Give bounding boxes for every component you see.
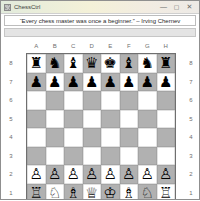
maximize-button[interactable]: ▢ (170, 1, 183, 13)
black-queen-d8[interactable]: ♛ (85, 54, 98, 73)
square-a2[interactable]: ♙ (27, 165, 46, 184)
square-g4[interactable] (138, 128, 157, 147)
black-pawn-h7[interactable]: ♟ (159, 73, 172, 92)
square-c6[interactable] (64, 91, 83, 110)
rank-label-right-3: 3 (185, 147, 197, 166)
square-d6[interactable] (83, 91, 102, 110)
status-strip (4, 28, 196, 37)
rank-label-right-6: 6 (185, 91, 197, 110)
rank-label-right-7: 7 (185, 73, 197, 92)
quote-bar: “Every chess master was once a beginner.… (4, 15, 196, 26)
square-h8[interactable]: ♜ (157, 54, 176, 73)
white-pawn-h2[interactable]: ♙ (159, 165, 172, 184)
square-g8[interactable]: ♞ (138, 54, 157, 73)
square-f6[interactable] (120, 91, 139, 110)
square-f1[interactable]: ♗ (120, 184, 139, 201)
black-pawn-b7[interactable]: ♟ (48, 73, 61, 92)
white-bishop-c1[interactable]: ♗ (67, 184, 80, 201)
app-icon (4, 4, 11, 11)
file-label-f: F (120, 41, 139, 51)
square-h4[interactable] (157, 128, 176, 147)
square-b2[interactable]: ♙ (46, 165, 65, 184)
square-h5[interactable] (157, 110, 176, 129)
square-a5[interactable] (27, 110, 46, 129)
square-b5[interactable] (46, 110, 65, 129)
square-c1[interactable]: ♗ (64, 184, 83, 201)
square-a1[interactable]: ♖ (27, 184, 46, 201)
square-e4[interactable] (101, 128, 120, 147)
square-h6[interactable] (157, 91, 176, 110)
square-h3[interactable] (157, 147, 176, 166)
white-pawn-g2[interactable]: ♙ (141, 165, 154, 184)
file-label-d: D (83, 41, 102, 51)
white-pawn-b2[interactable]: ♙ (48, 165, 61, 184)
square-b1[interactable]: ♘ (46, 184, 65, 201)
window-controls: — ▢ ✕ (157, 1, 196, 13)
black-rook-a8[interactable]: ♜ (30, 54, 43, 73)
square-d1[interactable]: ♕ (83, 184, 102, 201)
white-pawn-e2[interactable]: ♙ (104, 165, 117, 184)
square-g7[interactable]: ♟ (138, 73, 157, 92)
chess-app-window: { "window": { "title": "ChessCtrl", "con… (0, 0, 200, 200)
rank-label-left-2: 2 (5, 165, 17, 184)
rank-label-right-5: 5 (185, 110, 197, 129)
rank-labels-right: 87654321 (185, 54, 197, 200)
rank-label-left-3: 3 (5, 147, 17, 166)
square-b4[interactable] (46, 128, 65, 147)
black-knight-b8[interactable]: ♞ (48, 54, 61, 73)
white-pawn-d2[interactable]: ♙ (85, 165, 98, 184)
square-d3[interactable] (83, 147, 102, 166)
square-c5[interactable] (64, 110, 83, 129)
black-pawn-a7[interactable]: ♟ (30, 73, 43, 92)
rank-label-right-2: 2 (185, 165, 197, 184)
square-f5[interactable] (120, 110, 139, 129)
square-c4[interactable] (64, 128, 83, 147)
square-d5[interactable] (83, 110, 102, 129)
square-g3[interactable] (138, 147, 157, 166)
rank-label-right-1: 1 (185, 184, 197, 201)
square-d7[interactable]: ♟ (83, 73, 102, 92)
chess-board: ♜♞♝♛♚♝♞♜♟♟♟♟♟♟♟♟♙♙♙♙♙♙♙♙♖♘♗♕♔♗♘♖ (27, 54, 175, 200)
file-label-h: H (157, 41, 176, 51)
white-king-e1[interactable]: ♔ (104, 184, 117, 201)
black-king-e8[interactable]: ♚ (104, 54, 117, 73)
square-h1[interactable]: ♖ (157, 184, 176, 201)
rank-label-right-8: 8 (185, 54, 197, 73)
black-pawn-e7[interactable]: ♟ (104, 73, 117, 92)
window-title: ChessCtrl (14, 1, 40, 13)
square-c2[interactable]: ♙ (64, 165, 83, 184)
black-pawn-f7[interactable]: ♟ (122, 73, 135, 92)
black-pawn-c7[interactable]: ♟ (67, 73, 80, 92)
white-knight-b1[interactable]: ♘ (48, 184, 61, 201)
square-d8[interactable]: ♛ (83, 54, 102, 73)
rank-label-left-5: 5 (5, 110, 17, 129)
white-knight-g1[interactable]: ♘ (141, 184, 154, 201)
close-button[interactable]: ✕ (183, 1, 196, 13)
black-pawn-d7[interactable]: ♟ (85, 73, 98, 92)
white-rook-h1[interactable]: ♖ (159, 184, 172, 201)
rank-label-right-4: 4 (185, 128, 197, 147)
square-f2[interactable]: ♙ (120, 165, 139, 184)
file-label-c: C (64, 41, 83, 51)
square-e3[interactable] (101, 147, 120, 166)
square-g2[interactable]: ♙ (138, 165, 157, 184)
square-h7[interactable]: ♟ (157, 73, 176, 92)
rank-label-left-8: 8 (5, 54, 17, 73)
rank-label-left-7: 7 (5, 73, 17, 92)
square-f7[interactable]: ♟ (120, 73, 139, 92)
rank-label-left-6: 6 (5, 91, 17, 110)
square-g5[interactable] (138, 110, 157, 129)
quote-text: “Every chess master was once a beginner.… (20, 18, 181, 24)
file-label-e: E (101, 41, 120, 51)
white-pawn-a2[interactable]: ♙ (30, 165, 43, 184)
white-pawn-f2[interactable]: ♙ (122, 165, 135, 184)
square-b7[interactable]: ♟ (46, 73, 65, 92)
black-rook-h8[interactable]: ♜ (159, 54, 172, 73)
black-bishop-f8[interactable]: ♝ (122, 54, 135, 73)
square-e2[interactable]: ♙ (101, 165, 120, 184)
square-g1[interactable]: ♘ (138, 184, 157, 201)
square-e6[interactable] (101, 91, 120, 110)
white-bishop-f1[interactable]: ♗ (122, 184, 135, 201)
square-c7[interactable]: ♟ (64, 73, 83, 92)
square-g6[interactable] (138, 91, 157, 110)
square-c3[interactable] (64, 147, 83, 166)
square-e8[interactable]: ♚ (101, 54, 120, 73)
square-e1[interactable]: ♔ (101, 184, 120, 201)
minimize-button[interactable]: — (157, 1, 170, 13)
square-a7[interactable]: ♟ (27, 73, 46, 92)
file-label-g: G (138, 41, 157, 51)
square-b8[interactable]: ♞ (46, 54, 65, 73)
square-d2[interactable]: ♙ (83, 165, 102, 184)
file-labels: ABCDEFGH (27, 41, 175, 51)
white-rook-a1[interactable]: ♖ (30, 184, 43, 201)
square-f8[interactable]: ♝ (120, 54, 139, 73)
title-bar: ChessCtrl — ▢ ✕ (1, 1, 199, 14)
square-h2[interactable]: ♙ (157, 165, 176, 184)
square-a8[interactable]: ♜ (27, 54, 46, 73)
file-label-a: A (27, 41, 46, 51)
square-b3[interactable] (46, 147, 65, 166)
square-e7[interactable]: ♟ (101, 73, 120, 92)
black-knight-g8[interactable]: ♞ (141, 54, 154, 73)
square-f4[interactable] (120, 128, 139, 147)
rank-label-left-1: 1 (5, 184, 17, 201)
rank-label-left-4: 4 (5, 128, 17, 147)
rank-labels-left: 87654321 (5, 54, 17, 200)
black-bishop-c8[interactable]: ♝ (67, 54, 80, 73)
white-queen-d1[interactable]: ♕ (85, 184, 98, 201)
file-label-b: B (46, 41, 65, 51)
square-a4[interactable] (27, 128, 46, 147)
square-b6[interactable] (46, 91, 65, 110)
square-e5[interactable] (101, 110, 120, 129)
square-f3[interactable] (120, 147, 139, 166)
black-pawn-g7[interactable]: ♟ (141, 73, 154, 92)
white-pawn-c2[interactable]: ♙ (67, 165, 80, 184)
square-c8[interactable]: ♝ (64, 54, 83, 73)
square-a6[interactable] (27, 91, 46, 110)
square-d4[interactable] (83, 128, 102, 147)
square-a3[interactable] (27, 147, 46, 166)
